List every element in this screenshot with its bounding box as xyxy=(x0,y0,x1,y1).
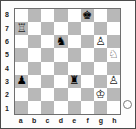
square-f1[interactable] xyxy=(81,101,94,114)
file-label-b: b xyxy=(27,115,40,126)
rank-label-2: 2 xyxy=(1,88,13,101)
square-a2[interactable] xyxy=(15,88,28,101)
square-h8[interactable] xyxy=(107,9,120,22)
rank-label-1: 1 xyxy=(1,102,13,115)
square-c6[interactable] xyxy=(41,35,54,48)
chess-diagram: 87654321 ♚♖♞♙♘♟♜♙♔ abcdefgh xyxy=(0,0,136,129)
square-f8[interactable]: ♚ xyxy=(81,9,94,22)
square-f4[interactable] xyxy=(81,62,94,75)
square-h2[interactable] xyxy=(107,88,120,101)
file-label-e: e xyxy=(68,115,81,126)
square-b8[interactable] xyxy=(28,9,41,22)
square-a8[interactable] xyxy=(15,9,28,22)
square-c8[interactable] xyxy=(41,9,54,22)
square-e1[interactable] xyxy=(68,101,81,114)
square-d6[interactable]: ♞ xyxy=(54,35,67,48)
file-label-f: f xyxy=(81,115,94,126)
file-label-h: h xyxy=(108,115,121,126)
square-g5[interactable] xyxy=(94,48,107,61)
rank-labels: 87654321 xyxy=(1,8,13,115)
square-e3[interactable]: ♜ xyxy=(68,75,81,88)
file-label-c: c xyxy=(41,115,54,126)
file-label-g: g xyxy=(94,115,107,126)
square-e4[interactable] xyxy=(68,62,81,75)
square-e5[interactable] xyxy=(68,48,81,61)
square-a3[interactable]: ♟ xyxy=(15,75,28,88)
square-d1[interactable] xyxy=(54,101,67,114)
rank-label-4: 4 xyxy=(1,62,13,75)
square-a7[interactable]: ♖ xyxy=(15,22,28,35)
square-c2[interactable] xyxy=(41,88,54,101)
file-labels: abcdefgh xyxy=(14,115,121,126)
square-b6[interactable] xyxy=(28,35,41,48)
white-to-move-indicator xyxy=(123,100,132,109)
square-h6[interactable] xyxy=(107,35,120,48)
square-f5[interactable] xyxy=(81,48,94,61)
square-h1[interactable] xyxy=(107,101,120,114)
square-c3[interactable] xyxy=(41,75,54,88)
black-rook[interactable]: ♜ xyxy=(69,75,79,87)
chess-board[interactable]: ♚♖♞♙♘♟♜♙♔ xyxy=(14,8,121,115)
white-pawn[interactable]: ♙ xyxy=(95,36,105,48)
square-g7[interactable] xyxy=(94,22,107,35)
square-c4[interactable] xyxy=(41,62,54,75)
square-e7[interactable] xyxy=(68,22,81,35)
square-a5[interactable] xyxy=(15,48,28,61)
square-f7[interactable] xyxy=(81,22,94,35)
black-king[interactable]: ♚ xyxy=(82,9,92,21)
square-d5[interactable] xyxy=(54,48,67,61)
square-d3[interactable] xyxy=(54,75,67,88)
square-b1[interactable] xyxy=(28,101,41,114)
square-c7[interactable] xyxy=(41,22,54,35)
white-pawn[interactable]: ♙ xyxy=(108,75,118,87)
square-f6[interactable] xyxy=(81,35,94,48)
square-g8[interactable] xyxy=(94,9,107,22)
square-f2[interactable] xyxy=(81,88,94,101)
white-knight[interactable]: ♘ xyxy=(108,49,118,61)
square-g3[interactable] xyxy=(94,75,107,88)
square-a1[interactable] xyxy=(15,101,28,114)
square-b2[interactable] xyxy=(28,88,41,101)
square-h7[interactable] xyxy=(107,22,120,35)
square-e2[interactable] xyxy=(68,88,81,101)
black-pawn[interactable]: ♟ xyxy=(16,75,26,87)
square-h5[interactable]: ♘ xyxy=(107,48,120,61)
rank-label-8: 8 xyxy=(1,8,13,21)
square-g4[interactable] xyxy=(94,62,107,75)
square-h4[interactable] xyxy=(107,62,120,75)
rank-label-6: 6 xyxy=(1,35,13,48)
square-b7[interactable] xyxy=(28,22,41,35)
square-g2[interactable]: ♔ xyxy=(94,88,107,101)
square-g6[interactable]: ♙ xyxy=(94,35,107,48)
file-label-a: a xyxy=(14,115,27,126)
rank-label-5: 5 xyxy=(1,48,13,61)
square-h3[interactable]: ♙ xyxy=(107,75,120,88)
square-b5[interactable] xyxy=(28,48,41,61)
square-b4[interactable] xyxy=(28,62,41,75)
black-knight[interactable]: ♞ xyxy=(56,36,66,48)
square-e8[interactable] xyxy=(68,9,81,22)
square-c5[interactable] xyxy=(41,48,54,61)
square-a6[interactable] xyxy=(15,35,28,48)
square-f3[interactable] xyxy=(81,75,94,88)
rank-label-7: 7 xyxy=(1,21,13,34)
square-d2[interactable] xyxy=(54,88,67,101)
square-g1[interactable] xyxy=(94,101,107,114)
square-b3[interactable] xyxy=(28,75,41,88)
square-e6[interactable] xyxy=(68,35,81,48)
square-d8[interactable] xyxy=(54,9,67,22)
rank-label-3: 3 xyxy=(1,75,13,88)
square-d4[interactable] xyxy=(54,62,67,75)
file-label-d: d xyxy=(54,115,67,126)
square-c1[interactable] xyxy=(41,101,54,114)
square-d7[interactable] xyxy=(54,22,67,35)
white-king[interactable]: ♔ xyxy=(95,88,105,100)
white-rook[interactable]: ♖ xyxy=(16,22,26,34)
square-a4[interactable] xyxy=(15,62,28,75)
